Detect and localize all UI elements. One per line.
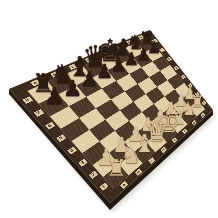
rank-label-1-right: 1 — [201, 100, 206, 105]
rank-label-4-left: 4 — [67, 147, 77, 155]
file-label-d-bottom: d — [160, 147, 166, 154]
file-label-e-bottom: e — [171, 137, 177, 143]
rank-label-6-right: 6 — [166, 57, 171, 62]
file-label-g-bottom: g — [191, 120, 196, 126]
chess-set-photo: aa88bb77cc66dd55ee44ff33gg22hh11 ♜♞♝♛♚♝♞… — [0, 0, 218, 218]
file-label-a-bottom: a — [120, 181, 128, 189]
rank-label-5-left: 5 — [56, 134, 66, 142]
rank-label-5-right: 5 — [173, 66, 178, 71]
rank-label-3-left: 3 — [78, 159, 87, 167]
rank-label-8-left: 8 — [22, 96, 33, 103]
rank-label-4-right: 4 — [181, 74, 186, 79]
rank-label-8-right: 8 — [152, 39, 158, 44]
rank-label-1-left: 1 — [99, 182, 108, 190]
rank-label-3-right: 3 — [188, 83, 193, 88]
file-label-f-bottom: f — [182, 128, 188, 134]
file-label-c-bottom: c — [148, 157, 155, 164]
rank-label-6-left: 6 — [45, 122, 55, 130]
file-label-h-bottom: h — [200, 113, 205, 118]
rank-label-2-right: 2 — [194, 92, 199, 97]
rank-label-2-left: 2 — [89, 171, 98, 179]
file-label-b-bottom: b — [135, 168, 142, 175]
rank-label-7-right: 7 — [159, 48, 165, 53]
rank-label-7-left: 7 — [33, 109, 43, 117]
